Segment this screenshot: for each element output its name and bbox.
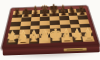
square-b1 xyxy=(17,39,28,44)
brass-latch xyxy=(63,48,86,52)
board-frame xyxy=(1,6,99,49)
square-c1 xyxy=(28,38,39,43)
square-e1 xyxy=(50,38,61,43)
square-d1 xyxy=(39,38,50,43)
square-h1 xyxy=(82,36,94,41)
chess-set: ♜♞♝♛♚♝♞♜♟♟♟♟♟♟♟♟♟♟♟♟♟♟♟♟♜♞♝♛♚♝♞♜ xyxy=(0,0,100,60)
chess-set-photo: ♜♞♝♛♚♝♞♜♟♟♟♟♟♟♟♟♟♟♟♟♟♟♟♟♜♞♝♛♚♝♞♜ xyxy=(0,0,100,60)
latch-engraving xyxy=(66,49,82,51)
board-tilt-wrapper xyxy=(1,6,99,49)
chess-board xyxy=(6,8,94,44)
square-f1 xyxy=(61,37,73,42)
